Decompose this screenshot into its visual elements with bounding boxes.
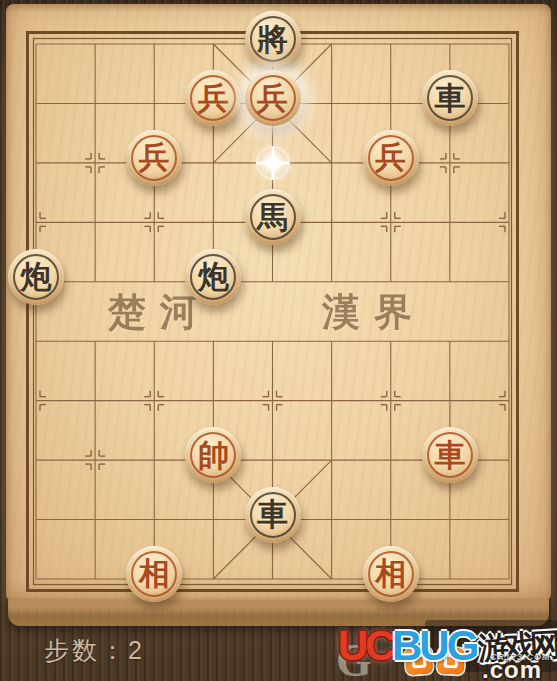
piece-black-炮[interactable]: 炮 [185,249,241,305]
piece-red-兵[interactable]: 兵 [245,70,301,126]
piece-character: 炮 [198,261,229,292]
watermark-ghost-letter: G [336,634,372,681]
piece-black-車[interactable]: 車 [245,487,301,543]
watermark-bug-text: BUG [392,622,476,670]
piece-character: 兵 [375,142,406,173]
piece-character: 兵 [257,83,288,114]
piece-red-相[interactable]: 相 [126,546,182,602]
piece-character: 車 [434,440,465,471]
piece-character: 帥 [198,440,229,471]
piece-black-將[interactable]: 將 [245,11,301,67]
piece-black-炮[interactable]: 炮 [8,249,64,305]
piece-red-兵[interactable]: 兵 [363,130,419,186]
piece-character: 將 [257,24,288,55]
watermark-orange-square [437,647,464,674]
piece-black-車[interactable]: 車 [422,70,478,126]
piece-character: 相 [139,558,170,589]
piece-black-馬[interactable]: 馬 [245,189,301,245]
piece-red-相[interactable]: 相 [363,546,419,602]
piece-red-車[interactable]: 車 [422,427,478,483]
game-screen: 楚河 漢界 將兵兵車兵兵馬炮炮帥車車相相 步数：2 G UC BUG 游戏网 C… [0,0,557,681]
watermark-small-url: CR173.COM [490,652,551,662]
watermark-uc-text: UC [338,622,393,670]
piece-character: 兵 [139,142,170,173]
move-counter: 步数：2 [44,634,145,667]
board-edge [8,600,549,626]
piece-character: 車 [257,499,288,530]
piece-red-兵[interactable]: 兵 [126,130,182,186]
watermark-site-name: 游戏网 [477,624,557,670]
piece-character: 兵 [198,83,229,114]
piece-character: 車 [434,83,465,114]
watermark-background-band [425,620,557,672]
watermark-orange-square [405,647,433,675]
piece-character: 相 [375,558,406,589]
watermark-domain: .com [482,656,542,681]
piece-character: 馬 [257,202,288,233]
piece-character: 炮 [21,261,52,292]
